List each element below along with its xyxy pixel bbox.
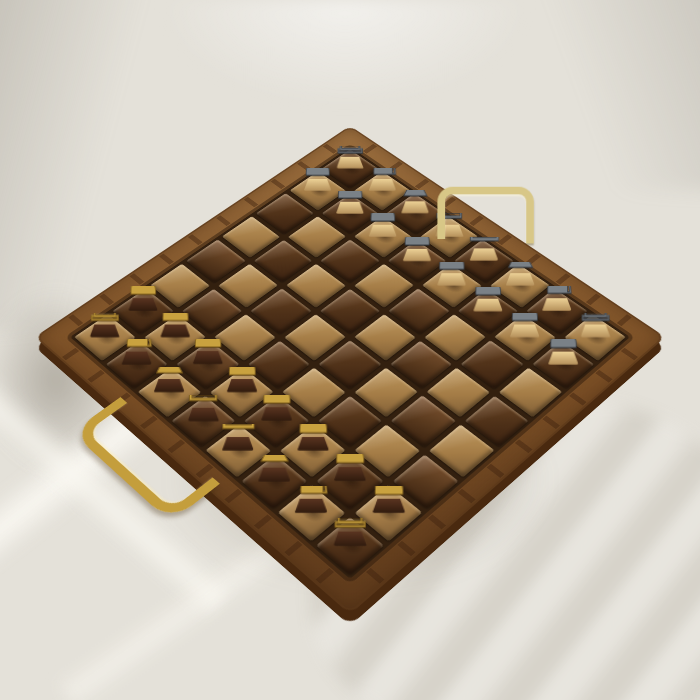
rook-icon: ♜ [326, 470, 374, 534]
board-grid: ♜♞♝♛♚♝♞♜♟♟♟♟♟♟♟♟♟♟♟♟♟♟♟♟♜♞♝♛♚♝♞♜ [70, 147, 630, 579]
scene: ♜♞♝♛♚♝♞♜♟♟♟♟♟♟♟♟♟♟♟♟♟♟♟♟♜♞♝♛♚♝♞♜ [0, 0, 700, 700]
pawn-icon: ♟ [544, 303, 582, 353]
piece-anchor: ♟ [538, 339, 588, 389]
piece-black-pawn-h7[interactable]: ♟ [539, 303, 588, 364]
piece-white-rook-h1[interactable]: ♜ [319, 470, 381, 545]
piece-plinth [548, 351, 578, 364]
chess-set-photo: ♜♞♝♛♚♝♞♜♟♟♟♟♟♟♟♟♟♟♟♟♟♟♟♟♜♞♝♛♚♝♞♜ [0, 0, 700, 700]
chess-board: ♜♞♝♛♚♝♞♜♟♟♟♟♟♟♟♟♟♟♟♟♟♟♟♟♜♞♝♛♚♝♞♜ [35, 126, 666, 615]
piece-plinth [333, 531, 367, 546]
wooden-tray-base: ♜♞♝♛♚♝♞♜♟♟♟♟♟♟♟♟♟♟♟♟♟♟♟♟♜♞♝♛♚♝♞♜ [35, 126, 666, 615]
